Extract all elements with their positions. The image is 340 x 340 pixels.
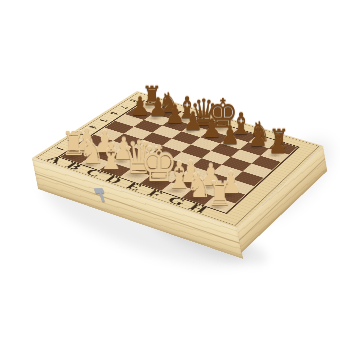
- product-photo-stage: ABCDEFGH12345678 ♜♞♝♛♚♝♞♜♟♟♟♟♟♟♟♟♟♟♟♟♟♟♟…: [0, 0, 340, 340]
- box-clasp: [94, 188, 104, 193]
